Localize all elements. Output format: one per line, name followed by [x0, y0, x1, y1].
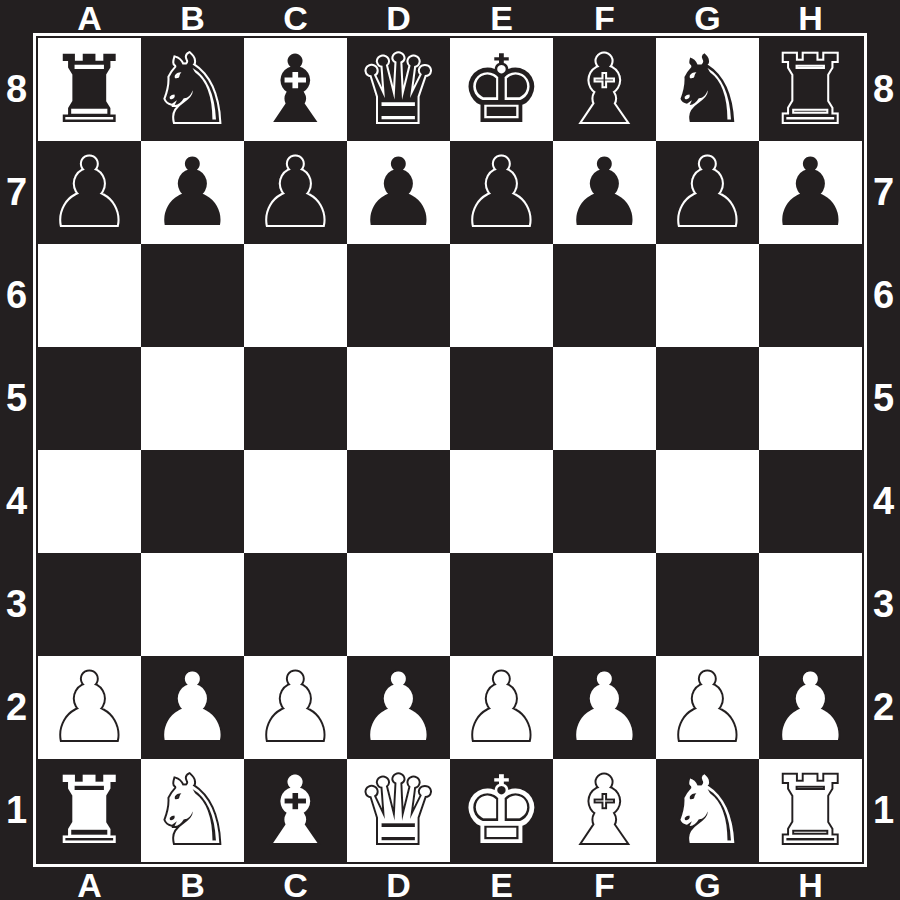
file-label-h: H	[759, 867, 862, 900]
square-g3[interactable]	[656, 553, 759, 656]
chess-board-diagram: ABCDEFGH ABCDEFGH 87654321 87654321 ♜♞♝♛…	[0, 0, 900, 900]
square-h3[interactable]	[759, 553, 862, 656]
black-pawn[interactable]: ♟	[665, 146, 749, 240]
square-a6[interactable]	[38, 244, 141, 347]
square-f4[interactable]	[553, 450, 656, 553]
square-b5[interactable]	[141, 347, 244, 450]
rank-labels-right: 87654321	[867, 38, 900, 862]
rank-label-3: 3	[867, 553, 900, 656]
square-a2[interactable]: ♟	[38, 656, 141, 759]
square-c3[interactable]	[244, 553, 347, 656]
white-bishop[interactable]: ♝	[562, 764, 646, 858]
square-g5[interactable]	[656, 347, 759, 450]
square-g2[interactable]: ♟	[656, 656, 759, 759]
white-king[interactable]: ♚	[459, 764, 543, 858]
square-a7[interactable]: ♟	[38, 141, 141, 244]
square-d7[interactable]: ♟	[347, 141, 450, 244]
square-c7[interactable]: ♟	[244, 141, 347, 244]
square-d3[interactable]	[347, 553, 450, 656]
file-labels-top: ABCDEFGH	[38, 0, 862, 33]
white-pawn[interactable]: ♟	[150, 661, 234, 755]
board-frame: ♜♞♝♛♚♝♞♜♟♟♟♟♟♟♟♟♟♟♟♟♟♟♟♟♜♞♝♛♚♝♞♜	[33, 33, 867, 867]
rank-label-4: 4	[867, 450, 900, 553]
white-pawn[interactable]: ♟	[253, 661, 337, 755]
black-rook[interactable]: ♜	[768, 43, 852, 137]
black-rook[interactable]: ♜	[47, 43, 131, 137]
square-e5[interactable]	[450, 347, 553, 450]
square-b2[interactable]: ♟	[141, 656, 244, 759]
black-pawn[interactable]: ♟	[562, 146, 646, 240]
white-pawn[interactable]: ♟	[768, 661, 852, 755]
black-bishop[interactable]: ♝	[253, 43, 337, 137]
square-b1[interactable]: ♞	[141, 759, 244, 862]
square-g8[interactable]: ♞	[656, 38, 759, 141]
square-h5[interactable]	[759, 347, 862, 450]
black-pawn[interactable]: ♟	[47, 146, 131, 240]
square-d5[interactable]	[347, 347, 450, 450]
white-pawn[interactable]: ♟	[562, 661, 646, 755]
black-queen[interactable]: ♛	[356, 43, 440, 137]
square-a1[interactable]: ♜	[38, 759, 141, 862]
rank-label-6: 6	[867, 244, 900, 347]
rank-label-7: 7	[0, 141, 33, 244]
rank-label-2: 2	[867, 656, 900, 759]
white-queen[interactable]: ♛	[356, 764, 440, 858]
square-f5[interactable]	[553, 347, 656, 450]
rank-label-7: 7	[867, 141, 900, 244]
square-b7[interactable]: ♟	[141, 141, 244, 244]
square-e8[interactable]: ♚	[450, 38, 553, 141]
rank-label-5: 5	[0, 347, 33, 450]
square-g1[interactable]: ♞	[656, 759, 759, 862]
square-g6[interactable]	[656, 244, 759, 347]
file-label-g: G	[656, 0, 759, 33]
board: ♜♞♝♛♚♝♞♜♟♟♟♟♟♟♟♟♟♟♟♟♟♟♟♟♜♞♝♛♚♝♞♜	[38, 38, 862, 862]
square-b3[interactable]	[141, 553, 244, 656]
square-e2[interactable]: ♟	[450, 656, 553, 759]
square-f6[interactable]	[553, 244, 656, 347]
square-f8[interactable]: ♝	[553, 38, 656, 141]
file-label-f: F	[553, 0, 656, 33]
square-c8[interactable]: ♝	[244, 38, 347, 141]
rank-label-1: 1	[0, 759, 33, 862]
square-h4[interactable]	[759, 450, 862, 553]
rank-label-5: 5	[867, 347, 900, 450]
square-a3[interactable]	[38, 553, 141, 656]
square-c5[interactable]	[244, 347, 347, 450]
black-pawn[interactable]: ♟	[253, 146, 337, 240]
black-knight[interactable]: ♞	[665, 43, 749, 137]
square-c6[interactable]	[244, 244, 347, 347]
black-bishop[interactable]: ♝	[562, 43, 646, 137]
black-pawn[interactable]: ♟	[356, 146, 440, 240]
white-knight[interactable]: ♞	[150, 764, 234, 858]
square-d1[interactable]: ♛	[347, 759, 450, 862]
square-e6[interactable]	[450, 244, 553, 347]
file-label-g: G	[656, 867, 759, 900]
file-label-e: E	[450, 0, 553, 33]
square-c2[interactable]: ♟	[244, 656, 347, 759]
square-a8[interactable]: ♜	[38, 38, 141, 141]
black-pawn[interactable]: ♟	[150, 146, 234, 240]
file-label-d: D	[347, 0, 450, 33]
square-h8[interactable]: ♜	[759, 38, 862, 141]
square-b6[interactable]	[141, 244, 244, 347]
square-d4[interactable]	[347, 450, 450, 553]
black-pawn[interactable]: ♟	[768, 146, 852, 240]
square-e1[interactable]: ♚	[450, 759, 553, 862]
file-label-a: A	[38, 0, 141, 33]
square-e3[interactable]	[450, 553, 553, 656]
rank-label-8: 8	[0, 38, 33, 141]
white-pawn[interactable]: ♟	[356, 661, 440, 755]
file-label-b: B	[141, 0, 244, 33]
square-h1[interactable]: ♜	[759, 759, 862, 862]
rank-label-3: 3	[0, 553, 33, 656]
square-e4[interactable]	[450, 450, 553, 553]
rank-label-2: 2	[0, 656, 33, 759]
rank-label-6: 6	[0, 244, 33, 347]
white-rook[interactable]: ♜	[768, 764, 852, 858]
white-pawn[interactable]: ♟	[665, 661, 749, 755]
square-f7[interactable]: ♟	[553, 141, 656, 244]
square-h6[interactable]	[759, 244, 862, 347]
square-b8[interactable]: ♞	[141, 38, 244, 141]
file-label-d: D	[347, 867, 450, 900]
square-d8[interactable]: ♛	[347, 38, 450, 141]
square-h7[interactable]: ♟	[759, 141, 862, 244]
white-rook[interactable]: ♜	[47, 764, 131, 858]
square-f2[interactable]: ♟	[553, 656, 656, 759]
file-label-c: C	[244, 0, 347, 33]
rank-label-4: 4	[0, 450, 33, 553]
square-h2[interactable]: ♟	[759, 656, 862, 759]
square-a4[interactable]	[38, 450, 141, 553]
white-knight[interactable]: ♞	[665, 764, 749, 858]
black-king[interactable]: ♚	[459, 43, 543, 137]
square-b4[interactable]	[141, 450, 244, 553]
square-g4[interactable]	[656, 450, 759, 553]
square-c1[interactable]: ♝	[244, 759, 347, 862]
square-f1[interactable]: ♝	[553, 759, 656, 862]
file-label-b: B	[141, 867, 244, 900]
square-g7[interactable]: ♟	[656, 141, 759, 244]
file-label-e: E	[450, 867, 553, 900]
rank-labels-left: 87654321	[0, 38, 33, 862]
rank-label-1: 1	[867, 759, 900, 862]
white-pawn[interactable]: ♟	[47, 661, 131, 755]
square-f3[interactable]	[553, 553, 656, 656]
file-label-c: C	[244, 867, 347, 900]
file-label-a: A	[38, 867, 141, 900]
white-bishop[interactable]: ♝	[253, 764, 337, 858]
file-label-h: H	[759, 0, 862, 33]
square-c4[interactable]	[244, 450, 347, 553]
square-a5[interactable]	[38, 347, 141, 450]
square-e7[interactable]: ♟	[450, 141, 553, 244]
file-labels-bottom: ABCDEFGH	[38, 867, 862, 900]
black-knight[interactable]: ♞	[150, 43, 234, 137]
square-d2[interactable]: ♟	[347, 656, 450, 759]
rank-label-8: 8	[867, 38, 900, 141]
white-pawn[interactable]: ♟	[459, 661, 543, 755]
file-label-f: F	[553, 867, 656, 900]
square-d6[interactable]	[347, 244, 450, 347]
black-pawn[interactable]: ♟	[459, 146, 543, 240]
